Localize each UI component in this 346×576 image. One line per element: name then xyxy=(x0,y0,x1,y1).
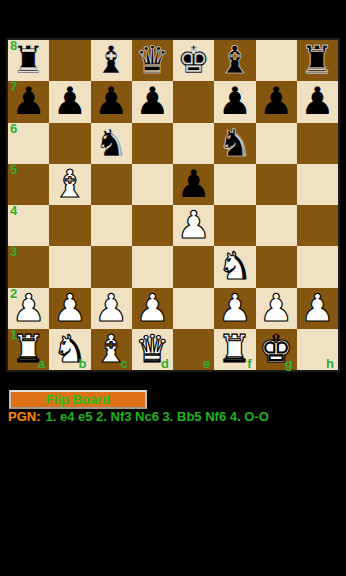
square-f2[interactable]: ♟ xyxy=(214,288,255,329)
square-e8[interactable]: ♚ xyxy=(173,40,214,81)
square-h7[interactable]: ♟ xyxy=(297,81,338,122)
square-a1[interactable]: ♜1a xyxy=(8,329,49,370)
rank-label-2: 2 xyxy=(10,287,17,301)
square-f6[interactable]: ♞ xyxy=(214,123,255,164)
file-label-e: e xyxy=(203,357,210,371)
app-screen: ♜8♝♛♚♝♜♟7♟♟♟♟♟♟6♞♞5♝♟4♟3♞♟2♟♟♟♟♟♟♜1a♞b♝c… xyxy=(0,0,346,576)
square-h4[interactable] xyxy=(297,205,338,246)
square-c5[interactable] xyxy=(91,164,132,205)
square-h1[interactable]: h xyxy=(297,329,338,370)
square-b3[interactable] xyxy=(49,246,90,287)
square-b7[interactable]: ♟ xyxy=(49,81,90,122)
square-g5[interactable] xyxy=(256,164,297,205)
file-label-c: c xyxy=(121,357,128,371)
pgn-label: PGN: xyxy=(8,409,41,424)
square-d1[interactable]: ♛d xyxy=(132,329,173,370)
square-d7[interactable]: ♟ xyxy=(132,81,173,122)
piece-black-pawn: ♟ xyxy=(135,81,169,122)
square-f8[interactable]: ♝ xyxy=(214,40,255,81)
piece-black-knight: ♞ xyxy=(218,123,252,164)
square-e4[interactable]: ♟ xyxy=(173,205,214,246)
piece-black-pawn: ♟ xyxy=(218,81,252,122)
square-e1[interactable]: e xyxy=(173,329,214,370)
square-a7[interactable]: ♟7 xyxy=(8,81,49,122)
file-label-h: h xyxy=(326,357,334,371)
piece-black-bishop: ♝ xyxy=(218,40,252,81)
file-label-f: f xyxy=(247,357,251,371)
piece-white-bishop: ♝ xyxy=(53,164,87,205)
square-g1[interactable]: ♚g xyxy=(256,329,297,370)
square-a2[interactable]: ♟2 xyxy=(8,288,49,329)
square-b6[interactable] xyxy=(49,123,90,164)
square-h2[interactable]: ♟ xyxy=(297,288,338,329)
piece-white-pawn: ♟ xyxy=(135,288,169,329)
square-f5[interactable] xyxy=(214,164,255,205)
rank-label-8: 8 xyxy=(10,39,17,53)
flip-board-button[interactable]: Flip Board xyxy=(9,390,147,409)
square-d6[interactable] xyxy=(132,123,173,164)
square-e3[interactable] xyxy=(173,246,214,287)
square-f3[interactable]: ♞ xyxy=(214,246,255,287)
square-a6[interactable]: 6 xyxy=(8,123,49,164)
piece-white-pawn: ♟ xyxy=(177,205,211,246)
square-d2[interactable]: ♟ xyxy=(132,288,173,329)
piece-black-pawn: ♟ xyxy=(94,81,128,122)
piece-white-pawn: ♟ xyxy=(94,288,128,329)
square-b1[interactable]: ♞b xyxy=(49,329,90,370)
piece-black-pawn: ♟ xyxy=(300,81,334,122)
square-c6[interactable]: ♞ xyxy=(91,123,132,164)
square-a5[interactable]: 5 xyxy=(8,164,49,205)
square-e2[interactable] xyxy=(173,288,214,329)
piece-white-pawn: ♟ xyxy=(300,288,334,329)
rank-label-5: 5 xyxy=(10,163,17,177)
piece-black-bishop: ♝ xyxy=(94,40,128,81)
rank-label-3: 3 xyxy=(10,245,17,259)
square-b5[interactable]: ♝ xyxy=(49,164,90,205)
square-b4[interactable] xyxy=(49,205,90,246)
piece-black-pawn: ♟ xyxy=(259,81,293,122)
square-e6[interactable] xyxy=(173,123,214,164)
rank-label-1: 1 xyxy=(10,328,17,342)
pgn-line: PGN:1. e4 e5 2. Nf3 Nc6 3. Bb5 Nf6 4. O-… xyxy=(8,409,269,424)
square-d4[interactable] xyxy=(132,205,173,246)
square-f4[interactable] xyxy=(214,205,255,246)
piece-white-pawn: ♟ xyxy=(218,288,252,329)
square-c8[interactable]: ♝ xyxy=(91,40,132,81)
square-h6[interactable] xyxy=(297,123,338,164)
square-f1[interactable]: ♜f xyxy=(214,329,255,370)
square-b2[interactable]: ♟ xyxy=(49,288,90,329)
square-e7[interactable] xyxy=(173,81,214,122)
square-h8[interactable]: ♜ xyxy=(297,40,338,81)
chess-board: ♜8♝♛♚♝♜♟7♟♟♟♟♟♟6♞♞5♝♟4♟3♞♟2♟♟♟♟♟♟♜1a♞b♝c… xyxy=(8,40,338,370)
square-c2[interactable]: ♟ xyxy=(91,288,132,329)
square-g2[interactable]: ♟ xyxy=(256,288,297,329)
pgn-moves: 1. e4 e5 2. Nf3 Nc6 3. Bb5 Nf6 4. O-O xyxy=(46,409,269,424)
piece-white-pawn: ♟ xyxy=(259,288,293,329)
square-c7[interactable]: ♟ xyxy=(91,81,132,122)
square-d8[interactable]: ♛ xyxy=(132,40,173,81)
square-g3[interactable] xyxy=(256,246,297,287)
piece-black-pawn: ♟ xyxy=(177,164,211,205)
square-a8[interactable]: ♜8 xyxy=(8,40,49,81)
piece-black-pawn: ♟ xyxy=(53,81,87,122)
piece-black-queen: ♛ xyxy=(135,40,169,81)
square-e5[interactable]: ♟ xyxy=(173,164,214,205)
piece-white-pawn: ♟ xyxy=(53,288,87,329)
square-g6[interactable] xyxy=(256,123,297,164)
square-d3[interactable] xyxy=(132,246,173,287)
piece-black-king: ♚ xyxy=(177,40,211,81)
rank-label-4: 4 xyxy=(10,204,17,218)
square-a3[interactable]: 3 xyxy=(8,246,49,287)
square-d5[interactable] xyxy=(132,164,173,205)
square-g4[interactable] xyxy=(256,205,297,246)
square-h3[interactable] xyxy=(297,246,338,287)
square-c4[interactable] xyxy=(91,205,132,246)
rank-label-6: 6 xyxy=(10,122,17,136)
rank-label-7: 7 xyxy=(10,80,17,94)
file-label-a: a xyxy=(38,357,45,371)
piece-black-knight: ♞ xyxy=(94,123,128,164)
file-label-g: g xyxy=(285,357,293,371)
square-h5[interactable] xyxy=(297,164,338,205)
file-label-b: b xyxy=(79,357,87,371)
square-g7[interactable]: ♟ xyxy=(256,81,297,122)
square-b8[interactable] xyxy=(49,40,90,81)
piece-black-rook: ♜ xyxy=(300,40,334,81)
piece-white-knight: ♞ xyxy=(218,246,252,287)
square-f7[interactable]: ♟ xyxy=(214,81,255,122)
square-a4[interactable]: 4 xyxy=(8,205,49,246)
square-g8[interactable] xyxy=(256,40,297,81)
square-c1[interactable]: ♝c xyxy=(91,329,132,370)
file-label-d: d xyxy=(161,357,169,371)
square-c3[interactable] xyxy=(91,246,132,287)
